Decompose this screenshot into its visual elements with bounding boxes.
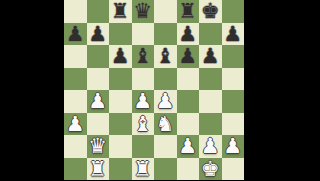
black-pawn[interactable]: ♟	[178, 23, 197, 45]
square-g2[interactable]: ♟	[199, 135, 222, 158]
screenshot-stage: ♜♛♜♚♟♟♟♟♟♝♝♟♟♟♟♟♟♝♞♛♟♟♟♜♜♚	[0, 0, 320, 180]
square-e5[interactable]	[154, 68, 177, 91]
white-pawn[interactable]: ♟	[156, 90, 175, 112]
square-g6[interactable]: ♟	[199, 45, 222, 68]
square-d6[interactable]: ♝	[132, 45, 155, 68]
square-c1[interactable]	[109, 158, 132, 181]
square-e7[interactable]	[154, 23, 177, 46]
square-c6[interactable]: ♟	[109, 45, 132, 68]
square-h1[interactable]	[222, 158, 245, 181]
white-rook[interactable]: ♜	[133, 158, 152, 180]
square-b1[interactable]: ♜	[87, 158, 110, 181]
square-g4[interactable]	[199, 90, 222, 113]
square-h4[interactable]	[222, 90, 245, 113]
square-h5[interactable]	[222, 68, 245, 91]
square-h2[interactable]: ♟	[222, 135, 245, 158]
square-a7[interactable]: ♟	[64, 23, 87, 46]
square-b8[interactable]	[87, 0, 110, 23]
square-a5[interactable]	[64, 68, 87, 91]
square-f4[interactable]	[177, 90, 200, 113]
square-g3[interactable]	[199, 113, 222, 136]
square-d5[interactable]	[132, 68, 155, 91]
white-pawn[interactable]: ♟	[201, 135, 220, 157]
square-g7[interactable]	[199, 23, 222, 46]
square-a1[interactable]	[64, 158, 87, 181]
white-queen[interactable]: ♛	[88, 135, 107, 157]
square-e6[interactable]: ♝	[154, 45, 177, 68]
square-h8[interactable]	[222, 0, 245, 23]
black-queen[interactable]: ♛	[133, 0, 152, 22]
square-d8[interactable]: ♛	[132, 0, 155, 23]
square-d3[interactable]: ♝	[132, 113, 155, 136]
square-h7[interactable]: ♟	[222, 23, 245, 46]
square-d4[interactable]: ♟	[132, 90, 155, 113]
square-b7[interactable]: ♟	[87, 23, 110, 46]
black-pawn[interactable]: ♟	[178, 45, 197, 67]
square-d2[interactable]	[132, 135, 155, 158]
white-knight[interactable]: ♞	[156, 113, 175, 135]
square-b6[interactable]	[87, 45, 110, 68]
square-g5[interactable]	[199, 68, 222, 91]
square-d7[interactable]	[132, 23, 155, 46]
white-rook[interactable]: ♜	[88, 158, 107, 180]
white-pawn[interactable]: ♟	[66, 113, 85, 135]
square-a4[interactable]	[64, 90, 87, 113]
square-g1[interactable]: ♚	[199, 158, 222, 181]
square-e4[interactable]: ♟	[154, 90, 177, 113]
black-bishop[interactable]: ♝	[133, 45, 152, 67]
square-b4[interactable]: ♟	[87, 90, 110, 113]
black-pawn[interactable]: ♟	[201, 45, 220, 67]
white-pawn[interactable]: ♟	[223, 135, 242, 157]
letterbox-left	[0, 0, 64, 180]
square-c7[interactable]	[109, 23, 132, 46]
black-pawn[interactable]: ♟	[223, 23, 242, 45]
white-pawn[interactable]: ♟	[178, 135, 197, 157]
black-pawn[interactable]: ♟	[66, 23, 85, 45]
square-a8[interactable]	[64, 0, 87, 23]
square-b3[interactable]	[87, 113, 110, 136]
black-bishop[interactable]: ♝	[156, 45, 175, 67]
square-a6[interactable]	[64, 45, 87, 68]
black-pawn[interactable]: ♟	[111, 45, 130, 67]
square-f6[interactable]: ♟	[177, 45, 200, 68]
square-a3[interactable]: ♟	[64, 113, 87, 136]
square-f2[interactable]: ♟	[177, 135, 200, 158]
black-rook[interactable]: ♜	[178, 0, 197, 22]
square-b2[interactable]: ♛	[87, 135, 110, 158]
white-pawn[interactable]: ♟	[88, 90, 107, 112]
square-c4[interactable]	[109, 90, 132, 113]
square-a2[interactable]	[64, 135, 87, 158]
square-f1[interactable]	[177, 158, 200, 181]
black-pawn[interactable]: ♟	[88, 23, 107, 45]
square-b5[interactable]	[87, 68, 110, 91]
square-c3[interactable]	[109, 113, 132, 136]
square-c2[interactable]	[109, 135, 132, 158]
square-e3[interactable]: ♞	[154, 113, 177, 136]
square-e8[interactable]	[154, 0, 177, 23]
square-f5[interactable]	[177, 68, 200, 91]
black-king[interactable]: ♚	[201, 0, 220, 22]
square-f7[interactable]: ♟	[177, 23, 200, 46]
white-king[interactable]: ♚	[201, 158, 220, 180]
square-e2[interactable]	[154, 135, 177, 158]
letterbox-right	[244, 0, 320, 180]
white-bishop[interactable]: ♝	[133, 113, 152, 135]
square-c8[interactable]: ♜	[109, 0, 132, 23]
square-g8[interactable]: ♚	[199, 0, 222, 23]
white-pawn[interactable]: ♟	[133, 90, 152, 112]
chess-board: ♜♛♜♚♟♟♟♟♟♝♝♟♟♟♟♟♟♝♞♛♟♟♟♜♜♚	[64, 0, 244, 180]
black-rook[interactable]: ♜	[111, 0, 130, 22]
square-f8[interactable]: ♜	[177, 0, 200, 23]
square-h6[interactable]	[222, 45, 245, 68]
square-c5[interactable]	[109, 68, 132, 91]
square-d1[interactable]: ♜	[132, 158, 155, 181]
square-f3[interactable]	[177, 113, 200, 136]
square-e1[interactable]	[154, 158, 177, 181]
square-h3[interactable]	[222, 113, 245, 136]
